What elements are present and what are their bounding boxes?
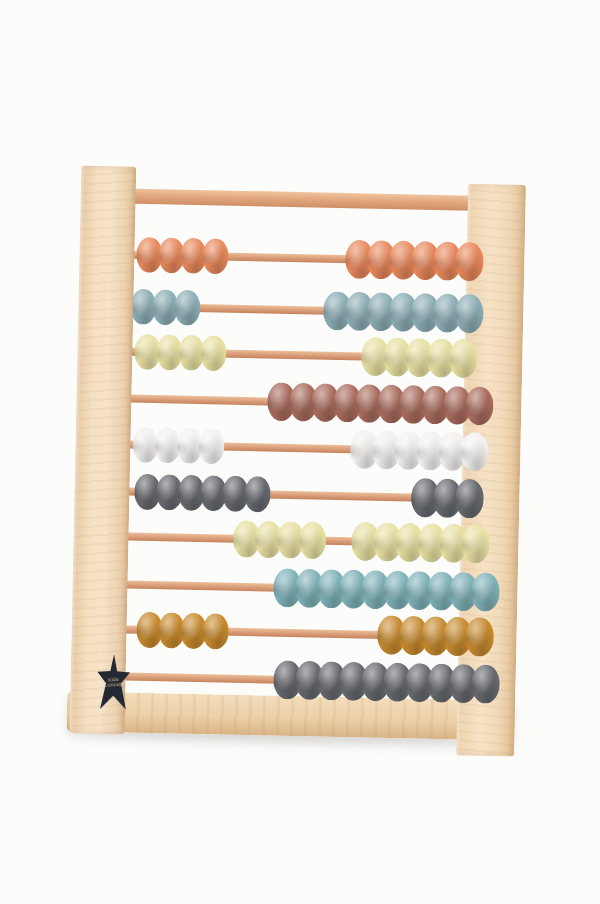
bead-row-6[interactable] <box>244 476 271 512</box>
bead-row-5[interactable] <box>198 428 225 464</box>
frame-left-post: Kids Concept <box>69 166 136 735</box>
brand-label: Kids Concept <box>98 676 129 688</box>
bead-row-3[interactable] <box>200 335 227 371</box>
frame-top-rail <box>94 188 514 212</box>
bead-row-2[interactable] <box>174 290 201 326</box>
bead-row-7[interactable] <box>299 522 327 560</box>
product-photo-stage: Kids Concept <box>0 0 600 904</box>
abacus-board: Kids Concept <box>52 165 534 775</box>
bead-row-1[interactable] <box>202 238 229 274</box>
bead-row-9[interactable] <box>202 613 229 649</box>
